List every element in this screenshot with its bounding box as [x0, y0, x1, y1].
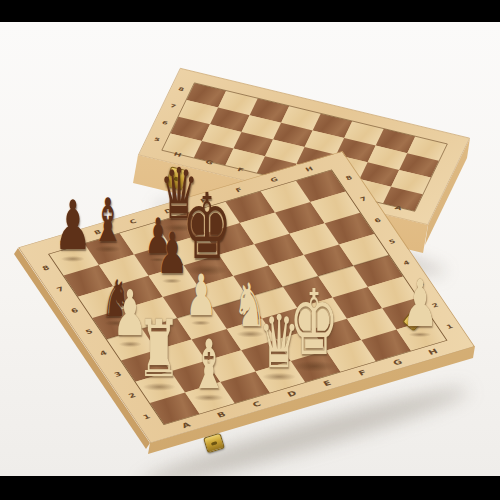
- black-pawn-c6: ♟: [156, 225, 188, 282]
- white-bishop-b1: ♝: [190, 331, 228, 399]
- photo-backdrop: HGFEDCBA8765 AABBCCDDEEFFGGHH11223344556…: [0, 22, 500, 476]
- black-king-d6: ♚: [182, 182, 232, 272]
- white-rook-a2: ♜: [137, 309, 181, 388]
- letterbox-bar-top: [0, 0, 500, 22]
- white-pawn-h1: ♟: [402, 271, 438, 336]
- white-queen-d1: ♛: [259, 305, 300, 378]
- letterbox-bar-bottom: [0, 476, 500, 500]
- black-bishop-b8: ♝: [91, 190, 124, 250]
- black-pawn-a8: ♟: [54, 193, 92, 261]
- pieces-layer: ♛♝♟♟♚♟♞♟♞♟♟♚♛♜♝: [0, 22, 500, 476]
- chess-set-product-photo: HGFEDCBA8765 AABBCCDDEEFFGGHH11223344556…: [0, 0, 500, 500]
- white-pawn-c4: ♟: [185, 268, 217, 325]
